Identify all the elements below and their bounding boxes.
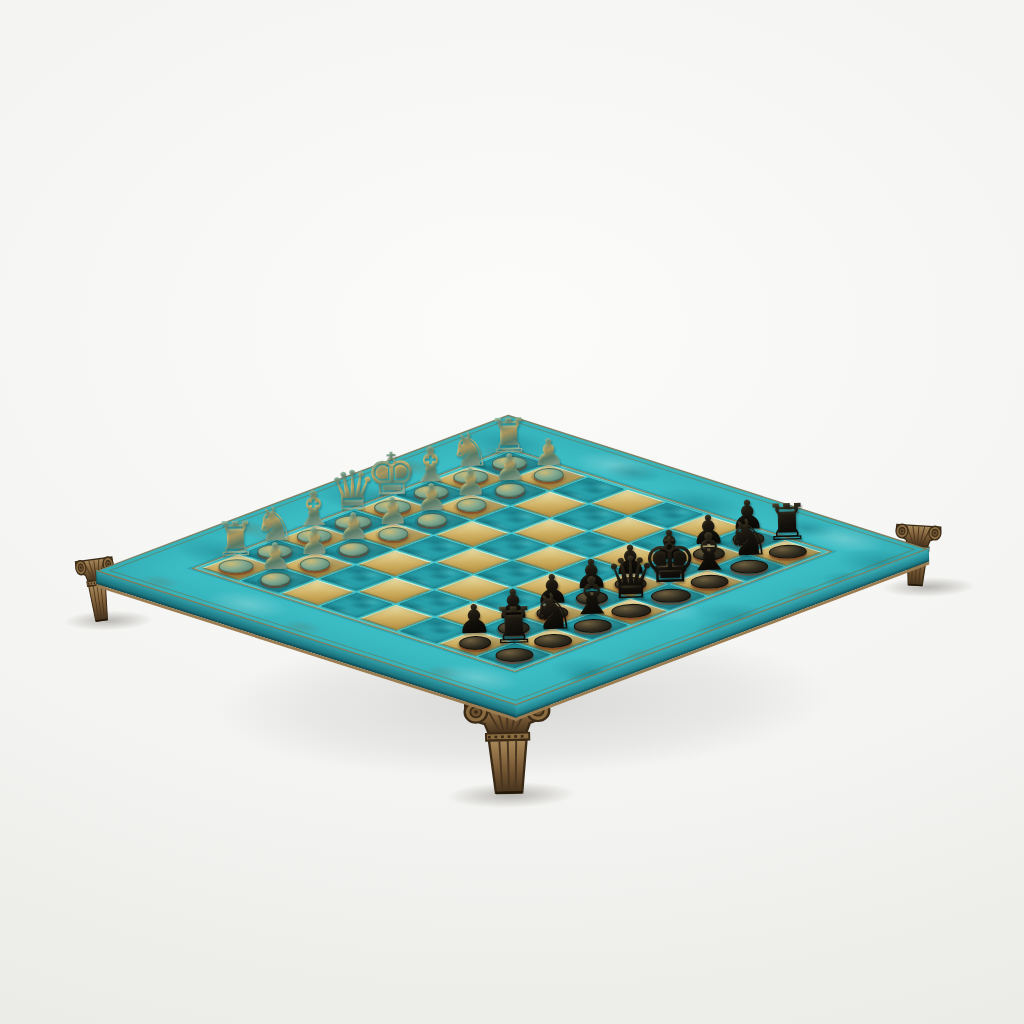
- rook-glyph: ♜: [764, 497, 810, 548]
- product-photo-scene: ♜♞♝♛♚♝♞♜♟♟♟♟♟♟♟♟♟♟♟♟♟♟♟♟♜♞♝♛♚♝♞♜: [0, 0, 1024, 1024]
- rook-glyph: ♜: [491, 601, 537, 652]
- pawn-glyph: ♟: [336, 508, 370, 546]
- pawn-glyph: ♟: [453, 464, 487, 502]
- rook-glyph: ♜: [214, 515, 257, 563]
- pawn-glyph: ♟: [375, 493, 409, 531]
- pawn-glyph: ♟: [532, 434, 566, 472]
- pawn-glyph: ♟: [493, 449, 527, 487]
- knight-glyph: ♞: [530, 586, 576, 637]
- pawn-glyph: ♟: [414, 478, 448, 516]
- pawn-glyph: ♟: [297, 523, 331, 561]
- pawn-glyph: ♟: [456, 598, 493, 639]
- pieces-layer: ♜♞♝♛♚♝♞♜♟♟♟♟♟♟♟♟♟♟♟♟♟♟♟♟♜♞♝♛♚♝♞♜: [0, 0, 1024, 1024]
- pawn-glyph: ♟: [258, 538, 292, 576]
